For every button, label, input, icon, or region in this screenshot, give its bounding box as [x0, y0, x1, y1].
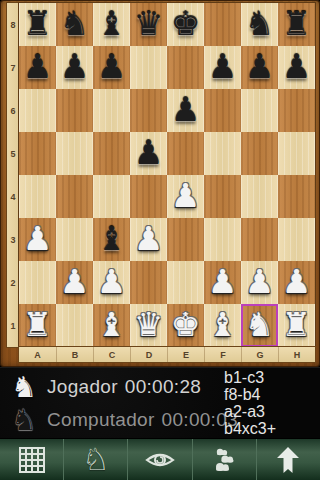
square-b8[interactable]: ♞: [56, 3, 93, 46]
black-rook: ♜: [23, 7, 53, 40]
square-b5[interactable]: [56, 132, 93, 175]
move-item: b4xc3+: [224, 420, 318, 437]
square-f2[interactable]: ♟: [204, 261, 241, 304]
square-a6[interactable]: [19, 89, 56, 132]
square-g1[interactable]: ♞: [241, 304, 278, 347]
square-d2[interactable]: [130, 261, 167, 304]
square-d1[interactable]: ♛: [130, 304, 167, 347]
rank-labels: 87654321: [7, 3, 19, 347]
move-list: b1-c3f8-b4a2-a3b4xc3+: [224, 369, 318, 437]
white-pawn: ♟: [282, 265, 312, 298]
white-pawn: ♟: [60, 265, 90, 298]
square-e4[interactable]: ♟: [167, 175, 204, 218]
square-e5[interactable]: [167, 132, 204, 175]
black-bishop: ♝: [97, 7, 127, 40]
black-pawn: ♟: [134, 136, 164, 169]
square-a1[interactable]: ♜: [19, 304, 56, 347]
player-time: 00:00:28: [125, 376, 201, 397]
info-panel: ♞ Jogador00:00:28 ♞ Computador00:00:03 b…: [0, 367, 320, 438]
square-c4[interactable]: [93, 175, 130, 218]
chess-board: 87654321 ♜♞♝♛♚♞♜♟♟♟♟♟♟♟♟♟♟♝♟♟♟♟♟♟♜♝♛♚♝♞♜…: [0, 0, 320, 367]
white-king: ♚: [171, 308, 201, 341]
black-bishop: ♝: [97, 222, 127, 255]
pieces-button[interactable]: ♘: [63, 439, 127, 480]
square-h3[interactable]: [278, 218, 315, 261]
square-c6[interactable]: [93, 89, 130, 132]
square-g3[interactable]: [241, 218, 278, 261]
square-a3[interactable]: ♟: [19, 218, 56, 261]
white-knight-icon: ♞: [6, 371, 42, 403]
black-knight: ♞: [60, 7, 90, 40]
move-item: b1-c3: [224, 369, 318, 386]
square-h7[interactable]: ♟: [278, 46, 315, 89]
square-e3[interactable]: [167, 218, 204, 261]
black-knight: ♞: [245, 7, 275, 40]
white-pawn: ♟: [171, 179, 201, 212]
square-f5[interactable]: [204, 132, 241, 175]
square-b1[interactable]: [56, 304, 93, 347]
move-item: f8-b4: [224, 386, 318, 403]
rank-label-5: 5: [7, 132, 19, 175]
computer-clock: ♞ Computador00:00:03: [6, 404, 238, 436]
square-g2[interactable]: ♟: [241, 261, 278, 304]
square-d8[interactable]: ♛: [130, 3, 167, 46]
square-a4[interactable]: [19, 175, 56, 218]
computer-clock-text: Computador00:00:03: [47, 409, 238, 431]
black-king: ♚: [171, 7, 201, 40]
black-pawn: ♟: [171, 93, 201, 126]
square-d3[interactable]: ♟: [130, 218, 167, 261]
file-label-a: A: [19, 347, 56, 362]
square-c1[interactable]: ♝: [93, 304, 130, 347]
square-b3[interactable]: [56, 218, 93, 261]
file-label-h: H: [278, 347, 315, 362]
file-label-f: F: [204, 347, 241, 362]
level-button[interactable]: [192, 439, 256, 480]
hint-button[interactable]: [127, 439, 191, 480]
square-g6[interactable]: [241, 89, 278, 132]
square-h5[interactable]: [278, 132, 315, 175]
square-a8[interactable]: ♜: [19, 3, 56, 46]
knight-icon: ♘: [82, 444, 110, 475]
square-f4[interactable]: [204, 175, 241, 218]
up-arrow-icon: [275, 446, 301, 474]
white-pawn: ♟: [245, 265, 275, 298]
move-item: a2-a3: [224, 403, 318, 420]
square-h6[interactable]: [278, 89, 315, 132]
white-rook: ♜: [23, 308, 53, 341]
rank-label-7: 7: [7, 46, 19, 89]
square-e6[interactable]: ♟: [167, 89, 204, 132]
file-label-g: G: [241, 347, 278, 362]
square-d5[interactable]: ♟: [130, 132, 167, 175]
square-f1[interactable]: ♝: [204, 304, 241, 347]
rank-label-6: 6: [7, 89, 19, 132]
undo-move-button[interactable]: [256, 439, 320, 480]
black-knight-icon: ♞: [6, 404, 42, 436]
white-pawn: ♟: [23, 222, 53, 255]
white-queen: ♛: [134, 308, 164, 341]
square-h4[interactable]: [278, 175, 315, 218]
square-f8[interactable]: [204, 3, 241, 46]
black-queen: ♛: [134, 7, 164, 40]
square-h1[interactable]: ♜: [278, 304, 315, 347]
file-label-c: C: [93, 347, 130, 362]
square-b7[interactable]: ♟: [56, 46, 93, 89]
square-b4[interactable]: [56, 175, 93, 218]
black-pawn: ♟: [97, 50, 127, 83]
white-pawn: ♟: [97, 265, 127, 298]
white-rook: ♜: [282, 308, 312, 341]
black-pawn: ♟: [208, 50, 238, 83]
black-pawn: ♟: [23, 50, 53, 83]
rank-label-4: 4: [7, 175, 19, 218]
square-a5[interactable]: [19, 132, 56, 175]
white-bishop: ♝: [208, 308, 238, 341]
rank-label-3: 3: [7, 218, 19, 261]
player-clock-text: Jogador00:00:28: [47, 376, 201, 398]
white-bishop: ♝: [97, 308, 127, 341]
eye-icon: [144, 448, 176, 472]
board-setup-button[interactable]: [0, 439, 63, 480]
square-g7[interactable]: ♟: [241, 46, 278, 89]
black-pawn: ♟: [60, 50, 90, 83]
file-label-e: E: [167, 347, 204, 362]
square-f7[interactable]: ♟: [204, 46, 241, 89]
square-b2[interactable]: ♟: [56, 261, 93, 304]
square-e1[interactable]: ♚: [167, 304, 204, 347]
square-d6[interactable]: [130, 89, 167, 132]
rank-label-8: 8: [7, 3, 19, 46]
square-g5[interactable]: [241, 132, 278, 175]
black-pawn: ♟: [282, 50, 312, 83]
file-label-b: B: [56, 347, 93, 362]
rank-label-2: 2: [7, 261, 19, 304]
white-knight: ♞: [245, 308, 275, 341]
square-d7[interactable]: [130, 46, 167, 89]
square-e2[interactable]: [167, 261, 204, 304]
white-pawn: ♟: [208, 265, 238, 298]
board-grid-icon: [18, 446, 46, 474]
square-c7[interactable]: ♟: [93, 46, 130, 89]
file-label-d: D: [130, 347, 167, 362]
square-c8[interactable]: ♝: [93, 3, 130, 46]
square-a2[interactable]: [19, 261, 56, 304]
square-f6[interactable]: [204, 89, 241, 132]
computer-label: Computador: [47, 409, 155, 430]
player-clock: ♞ Jogador00:00:28: [6, 371, 201, 403]
square-c2[interactable]: ♟: [93, 261, 130, 304]
black-rook: ♜: [282, 7, 312, 40]
square-g4[interactable]: [241, 175, 278, 218]
white-pawn: ♟: [134, 222, 164, 255]
square-c5[interactable]: [93, 132, 130, 175]
square-h8[interactable]: ♜: [278, 3, 315, 46]
square-d4[interactable]: [130, 175, 167, 218]
player-label: Jogador: [47, 376, 118, 397]
square-b6[interactable]: [56, 89, 93, 132]
square-a7[interactable]: ♟: [19, 46, 56, 89]
square-e8[interactable]: ♚: [167, 3, 204, 46]
square-f3[interactable]: [204, 218, 241, 261]
square-e7[interactable]: [167, 46, 204, 89]
square-h2[interactable]: ♟: [278, 261, 315, 304]
clouds-icon: [208, 446, 240, 474]
toolbar: ♘: [0, 438, 320, 480]
board-grid: ♜♞♝♛♚♞♜♟♟♟♟♟♟♟♟♟♟♝♟♟♟♟♟♟♜♝♛♚♝♞♜: [19, 3, 315, 347]
rank-label-1: 1: [7, 304, 19, 347]
file-labels: ABCDEFGH: [19, 347, 315, 362]
black-pawn: ♟: [245, 50, 275, 83]
square-c3[interactable]: ♝: [93, 218, 130, 261]
square-g8[interactable]: ♞: [241, 3, 278, 46]
